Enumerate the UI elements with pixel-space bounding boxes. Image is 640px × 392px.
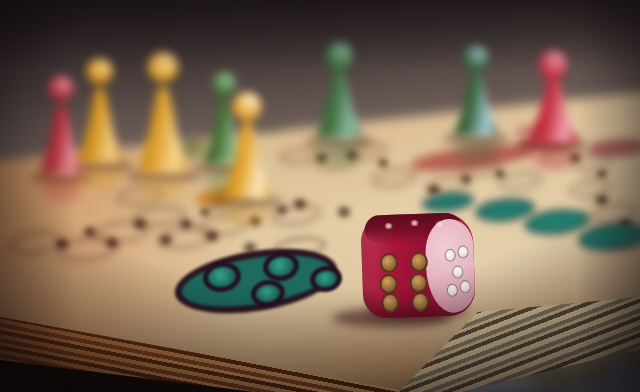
ludo-board-photo — [0, 0, 640, 392]
die-shadow-layer — [0, 0, 640, 392]
red-die-showing-six — [360, 212, 476, 319]
